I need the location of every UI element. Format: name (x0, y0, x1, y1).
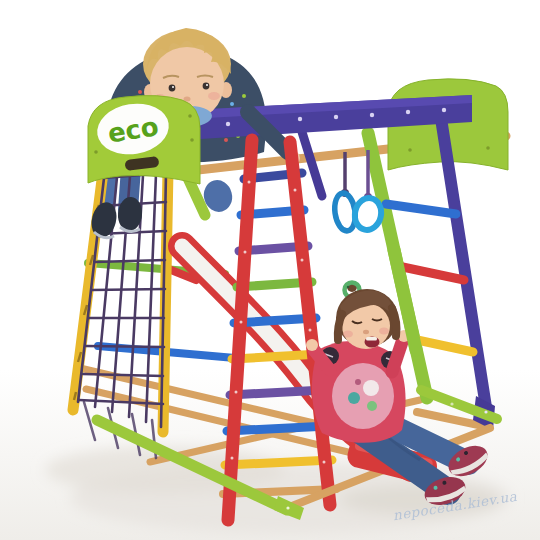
play-gym-scene: eco (0, 0, 540, 540)
girl-head (336, 282, 398, 349)
girl-hand (306, 339, 318, 351)
ring-right (352, 196, 384, 233)
eco-sign: eco (88, 96, 200, 184)
product-photo: eco (0, 0, 540, 540)
right-ladder-rung-blue (386, 204, 456, 214)
right-ladder-rung-red (398, 266, 464, 280)
